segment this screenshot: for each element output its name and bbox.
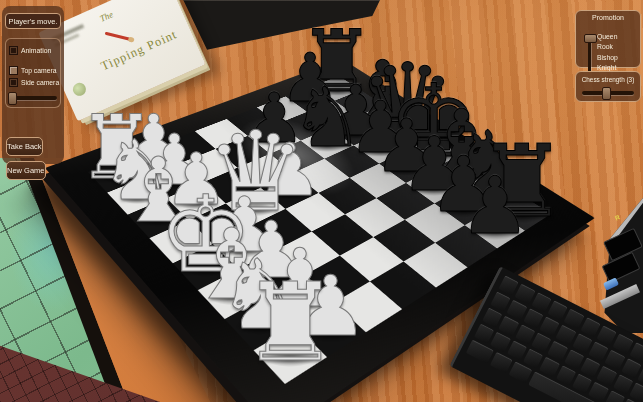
keyboard-key [547,341,567,361]
promotion-title: Promotion [576,14,640,21]
keyboard-key [556,325,576,345]
strength-label: Chess strength (3) [576,76,640,83]
strength-slider-handle[interactable] [602,87,611,100]
checkbox-label: Side camera [21,79,59,86]
camera-slider-handle[interactable] [8,92,17,105]
keyboard-key [613,334,633,354]
checkbox-row-top-camera[interactable]: Top camera [9,66,57,75]
camera-slider-track[interactable] [9,96,57,100]
keyboard-key [515,284,535,304]
book-title-the: The [98,9,114,24]
camera-options-group: AnimationTop cameraSide camera [5,38,61,108]
keyboard-key [596,366,616,386]
new-game-button[interactable]: New Game [6,161,46,180]
take-back-button[interactable]: Take Back [6,137,43,156]
checkbox-row-animation[interactable]: Animation [9,46,57,55]
keyboard-key [564,309,584,329]
piece-wR-h1[interactable]: ♜ [242,269,339,377]
strength-panel: Chess strength (3) [575,71,641,102]
keyboard-key [490,332,510,352]
checkbox-label: Animation [21,47,51,54]
keyboard-key [507,300,527,320]
keyboard-key [629,382,643,402]
promotion-slider-handle[interactable] [584,34,597,43]
checkbox-top-camera[interactable] [9,66,18,75]
promotion-panel: Promotion QueenRookBishopKnight [575,10,641,68]
checkbox-animation[interactable] [9,46,18,55]
promotion-option-queen[interactable]: Queen [597,32,618,42]
promotion-option-rook[interactable]: Rook [597,42,618,52]
left-control-panel: Player's move. AnimationTop cameraSide c… [2,6,64,164]
keyboard-key [539,357,559,377]
keyboard-key [498,316,518,336]
promotion-option-bishop[interactable]: Bishop [597,53,618,63]
device-label: R [614,213,621,221]
status-message: Player's move. [5,13,61,29]
checkbox-row-side-camera[interactable]: Side camera [9,78,57,87]
keyboard-key [588,382,608,402]
chess-app-screen: The Tipping Point R Player's move. Anima… [0,0,643,402]
keyboard-key [605,350,625,370]
piece-bP-h7[interactable]: ♟ [459,167,530,246]
checkbox-side-camera[interactable] [9,78,18,87]
checkbox-label: Top camera [21,67,57,74]
book-match-graphic [105,32,131,41]
